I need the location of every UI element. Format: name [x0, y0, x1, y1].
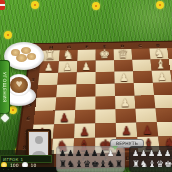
tray-piece-pawn[interactable]: ♟ — [132, 148, 139, 159]
tray-piece-knight[interactable]: ♞ — [107, 159, 114, 170]
tray-white-pawns: ♟♟♟♟♟♟♟♟ — [132, 148, 172, 159]
tray-piece-queen[interactable]: ♛ — [83, 159, 90, 170]
sparkle-icon — [1, 114, 9, 122]
square-d5[interactable]: ♟ — [115, 96, 135, 110]
square-e4[interactable] — [95, 84, 115, 97]
square-d3[interactable]: ♟ — [114, 71, 133, 83]
square-h2[interactable]: ♟ — [39, 61, 59, 73]
square-a2[interactable]: ♟ — [169, 59, 172, 71]
tray-black-pawns: ♟♟♟♟♟♟♟♟ — [59, 148, 122, 159]
square-b4[interactable] — [153, 82, 172, 95]
square-g5[interactable] — [55, 97, 76, 111]
tray-piece-pawn[interactable]: ♟ — [107, 148, 114, 159]
square-e5[interactable] — [95, 96, 115, 110]
tray-piece-pawn[interactable]: ♟ — [148, 148, 155, 159]
piece-white-pawn[interactable]: ♟ — [39, 61, 58, 73]
tray-piece-queen[interactable]: ♛ — [156, 159, 163, 170]
tray-piece-pawn[interactable]: ♟ — [91, 148, 98, 159]
square-e3[interactable] — [96, 72, 115, 84]
game-screen: HGFEDCBA1♜♞♚♛♞♜2♟♟♟♝♟3♟♟4♝5♟6♟♟7♟♟♟♟8♞♝♚… — [0, 0, 172, 172]
piece-white-pawn[interactable]: ♟ — [152, 71, 171, 83]
tray-piece-bishop[interactable]: ♝ — [148, 159, 155, 170]
piece-white-pawn[interactable]: ♟ — [170, 59, 172, 71]
square-c6[interactable] — [135, 108, 156, 122]
square-c2[interactable] — [132, 59, 151, 71]
tray-white-set: ♟♟♟♟♟♟♟♟ ♜♞♝♛♚♝♞♜ — [129, 146, 172, 172]
square-b6[interactable] — [155, 108, 172, 122]
piece-tray: ♟♟♟♟♟♟♟♟ ♜♞♝♛♚♝♞♜ ♟♟♟♟♟♟♟♟ ♜♞♝♛♚♝♞♜ — [56, 146, 172, 172]
piece-black-pawn[interactable]: ♟ — [54, 111, 75, 124]
square-c5[interactable] — [135, 95, 156, 108]
tray-piece-pawn[interactable]: ♟ — [75, 148, 82, 159]
corner-flag-icon[interactable] — [0, 0, 5, 10]
square-g6[interactable]: ♟ — [54, 110, 75, 124]
square-f2[interactable]: ♟ — [77, 61, 96, 73]
tray-piece-bishop[interactable]: ♝ — [75, 159, 82, 170]
piece-white-queen[interactable]: ♛ — [114, 47, 133, 60]
square-g3[interactable] — [57, 72, 77, 84]
square-h5[interactable] — [35, 97, 56, 111]
square-e1[interactable]: ♚ — [96, 49, 114, 60]
tray-piece-knight[interactable]: ♞ — [140, 159, 147, 170]
tray-piece-pawn[interactable]: ♟ — [83, 148, 90, 159]
tray-piece-pawn[interactable]: ♟ — [115, 148, 122, 159]
piece-white-pawn[interactable]: ♟ — [114, 71, 133, 83]
flower-icon — [9, 106, 17, 114]
square-b3[interactable]: ♟ — [152, 70, 172, 82]
tray-piece-bishop[interactable]: ♝ — [99, 159, 106, 170]
tray-piece-pawn[interactable]: ♟ — [140, 148, 147, 159]
square-d1[interactable]: ♛ — [114, 49, 133, 60]
square-b5[interactable] — [154, 95, 172, 108]
cookies-plate-icon[interactable] — [4, 42, 44, 70]
square-h3[interactable] — [38, 73, 58, 85]
tray-piece-knight[interactable]: ♞ — [67, 159, 74, 170]
piece-white-bishop[interactable]: ♝ — [151, 58, 170, 72]
tray-piece-pawn[interactable]: ♟ — [164, 148, 171, 159]
square-f6[interactable] — [75, 110, 96, 124]
tray-piece-rook[interactable]: ♜ — [115, 159, 122, 170]
square-e2[interactable] — [96, 60, 115, 72]
square-c3[interactable] — [133, 71, 153, 83]
square-c4[interactable] — [134, 83, 154, 96]
tray-piece-rook[interactable]: ♜ — [132, 159, 139, 170]
tray-piece-rook[interactable]: ♜ — [59, 159, 66, 170]
piece-white-pawn[interactable]: ♟ — [77, 61, 96, 73]
player-name: ИГРОК 1 — [3, 157, 23, 162]
flower-icon — [31, 1, 39, 9]
square-d2[interactable] — [114, 60, 133, 72]
tray-black-majors: ♜♞♝♛♚♝♞♜ — [59, 159, 122, 170]
square-b2[interactable]: ♝ — [150, 59, 170, 71]
piece-white-pawn[interactable]: ♟ — [58, 61, 77, 73]
square-d4[interactable] — [115, 83, 135, 96]
tray-piece-pawn[interactable]: ♟ — [59, 148, 66, 159]
square-h4[interactable] — [37, 85, 58, 98]
square-g2[interactable]: ♟ — [58, 61, 77, 73]
tray-piece-pawn[interactable]: ♟ — [99, 148, 106, 159]
treats-drawer-label: УГОЩЕНИЯ — [2, 72, 7, 103]
tray-piece-pawn[interactable]: ♟ — [156, 148, 163, 159]
flower-icon — [4, 31, 12, 39]
square-h6[interactable] — [33, 110, 55, 124]
square-g1[interactable]: ♞ — [59, 50, 78, 61]
square-f4[interactable] — [76, 84, 96, 97]
status-strip: · · · — [0, 167, 57, 172]
tray-piece-king[interactable]: ♚ — [164, 159, 171, 170]
tray-piece-king[interactable]: ♚ — [91, 159, 98, 170]
square-f3[interactable] — [76, 72, 95, 84]
square-g4[interactable] — [56, 84, 76, 97]
square-f1[interactable] — [77, 50, 95, 61]
tray-white-majors: ♜♞♝♛♚♝♞♜ — [132, 159, 172, 170]
piece-white-pawn[interactable]: ♟ — [115, 96, 135, 109]
treats-drawer-tab[interactable]: УГОЩЕНИЯ — [0, 60, 10, 114]
flower-icon — [156, 1, 164, 9]
square-c1[interactable] — [132, 49, 151, 60]
flower-icon — [92, 2, 100, 10]
latte-heart-icon: ♥ — [10, 77, 28, 93]
piece-white-king[interactable]: ♚ — [95, 47, 114, 60]
tray-black-set: ♟♟♟♟♟♟♟♟ ♜♞♝♛♚♝♞♜ — [56, 146, 125, 172]
square-d6[interactable] — [115, 109, 136, 123]
square-f5[interactable] — [75, 96, 95, 110]
square-e6[interactable] — [95, 109, 116, 123]
tray-piece-pawn[interactable]: ♟ — [67, 148, 74, 159]
piece-white-knight[interactable]: ♞ — [59, 48, 78, 61]
